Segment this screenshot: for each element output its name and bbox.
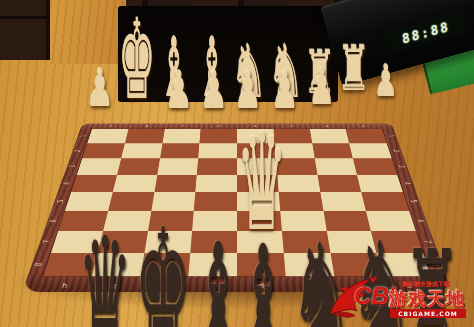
coord-label: 1 (376, 134, 404, 139)
square-g2[interactable] (121, 143, 162, 158)
coord-label: 3 (386, 164, 416, 169)
square-b3[interactable] (314, 158, 357, 174)
black-king[interactable]: ♚ (135, 208, 192, 327)
white-pawn[interactable]: ♟ (374, 59, 398, 103)
square-e3[interactable] (197, 158, 237, 174)
square-e1[interactable] (200, 129, 237, 143)
square-e4[interactable] (196, 175, 237, 192)
square-f2[interactable] (160, 143, 200, 158)
white-pawn[interactable]: ♟ (165, 64, 193, 116)
black-queen[interactable]: ♛ (78, 217, 132, 327)
site-watermark: CBI 最新最全游戏下载 游戏天地 CBIGAME.COM (326, 272, 474, 327)
white-rook[interactable]: ♜ (337, 38, 370, 100)
white-pawn[interactable]: ♟ (86, 62, 114, 114)
white-pawn[interactable]: ♟ (200, 64, 228, 116)
coord-label: b (309, 124, 346, 127)
watermark-site-name: 游戏天地 (389, 287, 465, 311)
square-f3[interactable] (157, 158, 198, 174)
coord-label: e (201, 124, 237, 127)
square-g4[interactable] (113, 175, 157, 192)
square-g1[interactable] (125, 129, 165, 143)
coord-label: 1 (70, 134, 98, 139)
coord-label: f (165, 124, 201, 127)
square-e2[interactable] (198, 143, 237, 158)
coord-label: 4 (52, 180, 83, 186)
square-b5[interactable] (320, 192, 366, 211)
black-bishop[interactable]: ♝ (237, 227, 290, 327)
white-pawn[interactable]: ♟ (309, 62, 336, 112)
coord-label: 5 (45, 198, 77, 204)
coord-label: g (129, 124, 166, 127)
coord-label: 4 (391, 180, 422, 186)
coord-label: h (93, 124, 130, 127)
square-g3[interactable] (117, 158, 160, 174)
coord-label: a (345, 124, 382, 127)
table-wood-strip (50, 0, 126, 64)
square-b1[interactable] (309, 129, 349, 143)
square-f4[interactable] (154, 175, 197, 192)
square-b2[interactable] (312, 143, 353, 158)
clock-display: 88:88 (387, 12, 465, 54)
square-f1[interactable] (162, 129, 201, 143)
square-e5[interactable] (194, 192, 237, 211)
coord-label: 8 (21, 260, 58, 268)
coord-label: 5 (397, 198, 429, 204)
watermark-url-banner: CBIGAME.COM (390, 309, 466, 318)
coord-label: 6 (38, 217, 72, 224)
coord-label: 2 (64, 148, 93, 153)
coord-label: 7 (30, 238, 65, 245)
white-king[interactable]: ♚ (118, 5, 155, 115)
square-b4[interactable] (317, 175, 361, 192)
coord-label: 3 (58, 164, 88, 169)
chess-game-scene: 88:88 hgfedcba hgfedcba 12345678 1234567… (0, 0, 474, 327)
coord-label: 2 (381, 148, 410, 153)
